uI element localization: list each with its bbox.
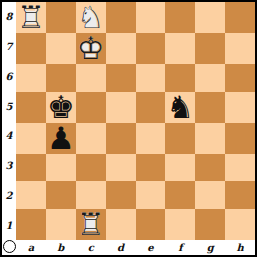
square-g5[interactable] [195, 92, 225, 123]
square-e8[interactable] [136, 2, 166, 33]
rank-label-7: 7 [2, 32, 16, 62]
square-f1[interactable] [165, 209, 195, 240]
square-e5[interactable] [136, 92, 166, 123]
square-b1[interactable] [46, 209, 76, 240]
square-g2[interactable] [195, 181, 225, 209]
square-f8[interactable] [165, 2, 195, 33]
file-label-e: e [136, 240, 166, 255]
square-c7[interactable]: ♚♔ [76, 33, 106, 64]
square-c6[interactable] [76, 64, 106, 92]
rank-label-1: 1 [2, 210, 16, 240]
rank-label-3: 3 [2, 151, 16, 181]
square-e7[interactable] [136, 33, 166, 64]
white-rook[interactable]: ♜♖ [17, 2, 45, 33]
square-h7[interactable] [225, 33, 255, 64]
file-label-b: b [46, 240, 76, 255]
rank-label-8: 8 [2, 2, 16, 32]
rank-label-4: 4 [2, 121, 16, 151]
piece-outline-layer: ♖ [77, 206, 105, 242]
square-b5[interactable]: ♚ [46, 92, 76, 123]
square-a7[interactable] [16, 33, 46, 64]
square-c5[interactable] [76, 92, 106, 123]
square-f5[interactable]: ♞ [165, 92, 195, 123]
white-knight[interactable]: ♞♘ [77, 2, 105, 33]
file-label-c: c [76, 240, 106, 255]
square-g3[interactable] [195, 154, 225, 182]
square-f4[interactable] [165, 123, 195, 154]
square-a8[interactable]: ♜♖ [16, 2, 46, 33]
file-label-g: g [195, 240, 225, 255]
square-h6[interactable] [225, 64, 255, 92]
square-b4[interactable]: ♟ [46, 123, 76, 154]
square-h4[interactable] [225, 123, 255, 154]
square-c8[interactable]: ♞♘ [76, 2, 106, 33]
square-b3[interactable] [46, 154, 76, 182]
square-d4[interactable] [106, 123, 136, 154]
square-g4[interactable] [195, 123, 225, 154]
piece-outline-layer: ♖ [17, 0, 45, 35]
square-h2[interactable] [225, 181, 255, 209]
square-a1[interactable] [16, 209, 46, 240]
square-c1[interactable]: ♜♖ [76, 209, 106, 240]
square-h8[interactable] [225, 2, 255, 33]
file-labels-gutter: abcdefgh [16, 240, 255, 255]
white-rook[interactable]: ♜♖ [77, 209, 105, 240]
rank-labels-gutter: 87654321 [2, 2, 16, 240]
piece-outline-layer: ♔ [77, 30, 105, 66]
rank-label-6: 6 [2, 62, 16, 92]
square-c3[interactable] [76, 154, 106, 182]
square-e4[interactable] [136, 123, 166, 154]
square-d3[interactable] [106, 154, 136, 182]
board: ♜♖♞♘♚♔♚♞♟♜♖ [16, 2, 255, 240]
square-e2[interactable] [136, 181, 166, 209]
square-e6[interactable] [136, 64, 166, 92]
square-a2[interactable] [16, 181, 46, 209]
square-h3[interactable] [225, 154, 255, 182]
square-b2[interactable] [46, 181, 76, 209]
rank-label-2: 2 [2, 181, 16, 211]
square-b7[interactable] [46, 33, 76, 64]
black-knight[interactable]: ♞ [166, 92, 194, 123]
square-f2[interactable] [165, 181, 195, 209]
white-to-move-indicator [3, 240, 16, 253]
file-label-f: f [165, 240, 195, 255]
square-f7[interactable] [165, 33, 195, 64]
square-g8[interactable] [195, 2, 225, 33]
square-f6[interactable] [165, 64, 195, 92]
square-d7[interactable] [106, 33, 136, 64]
square-a4[interactable] [16, 123, 46, 154]
square-d8[interactable] [106, 2, 136, 33]
piece-solid-glyph: ♟ [47, 120, 75, 156]
square-c2[interactable] [76, 181, 106, 209]
file-label-h: h [225, 240, 255, 255]
square-g7[interactable] [195, 33, 225, 64]
square-e3[interactable] [136, 154, 166, 182]
square-d1[interactable] [106, 209, 136, 240]
square-b6[interactable] [46, 64, 76, 92]
square-g6[interactable] [195, 64, 225, 92]
square-d2[interactable] [106, 181, 136, 209]
square-c4[interactable] [76, 123, 106, 154]
square-h1[interactable] [225, 209, 255, 240]
square-b8[interactable] [46, 2, 76, 33]
chess-diagram: 87654321 ♜♖♞♘♚♔♚♞♟♜♖ abcdefgh [0, 0, 257, 257]
square-d5[interactable] [106, 92, 136, 123]
square-g1[interactable] [195, 209, 225, 240]
square-h5[interactable] [225, 92, 255, 123]
white-king[interactable]: ♚♔ [77, 33, 105, 64]
black-pawn[interactable]: ♟ [47, 123, 75, 154]
square-d6[interactable] [106, 64, 136, 92]
square-a6[interactable] [16, 64, 46, 92]
piece-solid-glyph: ♞ [166, 89, 194, 125]
square-a3[interactable] [16, 154, 46, 182]
file-label-d: d [106, 240, 136, 255]
black-king[interactable]: ♚ [47, 92, 75, 123]
square-f3[interactable] [165, 154, 195, 182]
rank-label-5: 5 [2, 91, 16, 121]
square-a5[interactable] [16, 92, 46, 123]
file-label-a: a [16, 240, 46, 255]
square-e1[interactable] [136, 209, 166, 240]
